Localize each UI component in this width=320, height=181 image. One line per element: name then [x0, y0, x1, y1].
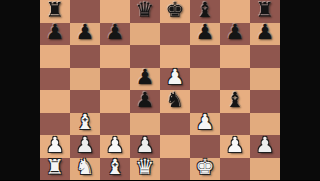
square-f4[interactable]: [190, 90, 220, 113]
square-c2[interactable]: ♟: [100, 135, 130, 158]
piece-white-bishop: ♝: [76, 112, 95, 133]
square-b3[interactable]: ♝: [70, 113, 100, 136]
square-h5[interactable]: [250, 68, 280, 91]
square-e7[interactable]: [160, 23, 190, 46]
square-c3[interactable]: [100, 113, 130, 136]
square-e2[interactable]: [160, 135, 190, 158]
square-a5[interactable]: [40, 68, 70, 91]
square-c4[interactable]: [100, 90, 130, 113]
piece-black-knight: ♞: [166, 90, 185, 111]
video-frame: ♜♛♚♝♜♟♟♟♟♟♟♟♟♟♞♝♝♟♟♟♟♟♟♟♜♞♝♛♚: [0, 0, 320, 180]
piece-white-knight: ♞: [76, 157, 95, 178]
square-f5[interactable]: [190, 68, 220, 91]
square-b5[interactable]: [70, 68, 100, 91]
square-a7[interactable]: ♟: [40, 23, 70, 46]
square-c6[interactable]: [100, 45, 130, 68]
piece-black-bishop: ♝: [226, 90, 245, 111]
piece-white-pawn: ♟: [136, 135, 155, 156]
square-h8[interactable]: ♜: [250, 0, 280, 23]
square-d2[interactable]: ♟: [130, 135, 160, 158]
piece-black-bishop: ♝: [196, 0, 215, 21]
letterbox-left: [0, 0, 40, 180]
piece-white-pawn: ♟: [226, 135, 245, 156]
square-h2[interactable]: ♟: [250, 135, 280, 158]
square-d6[interactable]: [130, 45, 160, 68]
square-b1[interactable]: ♞: [70, 158, 100, 181]
square-b4[interactable]: [70, 90, 100, 113]
square-c7[interactable]: ♟: [100, 23, 130, 46]
piece-white-pawn: ♟: [196, 112, 215, 133]
square-h7[interactable]: ♟: [250, 23, 280, 46]
piece-black-rook: ♜: [256, 0, 275, 21]
letterbox-right: [280, 0, 320, 180]
square-d4[interactable]: ♟: [130, 90, 160, 113]
square-g3[interactable]: [220, 113, 250, 136]
piece-black-pawn: ♟: [46, 22, 65, 43]
square-d7[interactable]: [130, 23, 160, 46]
piece-black-pawn: ♟: [226, 22, 245, 43]
square-h4[interactable]: [250, 90, 280, 113]
square-e1[interactable]: [160, 158, 190, 181]
square-f3[interactable]: ♟: [190, 113, 220, 136]
square-g4[interactable]: ♝: [220, 90, 250, 113]
square-e5[interactable]: ♟: [160, 68, 190, 91]
square-h3[interactable]: [250, 113, 280, 136]
piece-black-pawn: ♟: [136, 90, 155, 111]
piece-white-rook: ♜: [46, 157, 65, 178]
square-d3[interactable]: [130, 113, 160, 136]
square-h1[interactable]: [250, 158, 280, 181]
square-c8[interactable]: [100, 0, 130, 23]
square-g8[interactable]: [220, 0, 250, 23]
square-f1[interactable]: ♚: [190, 158, 220, 181]
piece-white-bishop: ♝: [106, 157, 125, 178]
square-h6[interactable]: [250, 45, 280, 68]
square-e8[interactable]: ♚: [160, 0, 190, 23]
square-g1[interactable]: [220, 158, 250, 181]
chess-board: ♜♛♚♝♜♟♟♟♟♟♟♟♟♟♞♝♝♟♟♟♟♟♟♟♜♞♝♛♚: [40, 0, 280, 180]
piece-black-pawn: ♟: [136, 67, 155, 88]
square-f6[interactable]: [190, 45, 220, 68]
square-g6[interactable]: [220, 45, 250, 68]
piece-white-king: ♚: [196, 157, 215, 178]
square-b7[interactable]: ♟: [70, 23, 100, 46]
piece-black-queen: ♛: [136, 0, 155, 21]
square-a2[interactable]: ♟: [40, 135, 70, 158]
square-d8[interactable]: ♛: [130, 0, 160, 23]
square-b2[interactable]: ♟: [70, 135, 100, 158]
piece-black-pawn: ♟: [196, 22, 215, 43]
square-d1[interactable]: ♛: [130, 158, 160, 181]
square-b6[interactable]: [70, 45, 100, 68]
piece-white-pawn: ♟: [76, 135, 95, 156]
square-a4[interactable]: [40, 90, 70, 113]
square-a6[interactable]: [40, 45, 70, 68]
piece-black-king: ♚: [166, 0, 185, 21]
square-f2[interactable]: [190, 135, 220, 158]
square-e4[interactable]: ♞: [160, 90, 190, 113]
square-b8[interactable]: [70, 0, 100, 23]
square-a3[interactable]: [40, 113, 70, 136]
square-g2[interactable]: ♟: [220, 135, 250, 158]
square-f8[interactable]: ♝: [190, 0, 220, 23]
piece-white-pawn: ♟: [256, 135, 275, 156]
square-f7[interactable]: ♟: [190, 23, 220, 46]
piece-black-pawn: ♟: [256, 22, 275, 43]
square-g7[interactable]: ♟: [220, 23, 250, 46]
piece-black-rook: ♜: [46, 0, 65, 21]
square-e3[interactable]: [160, 113, 190, 136]
piece-white-pawn: ♟: [106, 135, 125, 156]
piece-white-pawn: ♟: [46, 135, 65, 156]
square-a1[interactable]: ♜: [40, 158, 70, 181]
piece-black-pawn: ♟: [106, 22, 125, 43]
piece-white-queen: ♛: [136, 157, 155, 178]
square-e6[interactable]: [160, 45, 190, 68]
piece-white-pawn: ♟: [166, 67, 185, 88]
square-g5[interactable]: [220, 68, 250, 91]
square-c5[interactable]: [100, 68, 130, 91]
square-c1[interactable]: ♝: [100, 158, 130, 181]
square-d5[interactable]: ♟: [130, 68, 160, 91]
piece-black-pawn: ♟: [76, 22, 95, 43]
square-a8[interactable]: ♜: [40, 0, 70, 23]
